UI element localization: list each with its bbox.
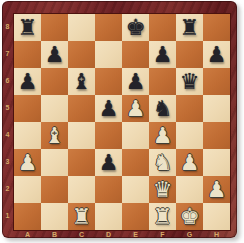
square-e6[interactable]: ♟ bbox=[122, 68, 149, 95]
square-b7[interactable]: ♟ bbox=[41, 41, 68, 68]
square-h7[interactable]: ♟ bbox=[203, 41, 230, 68]
file-labels: ABCDEFGH bbox=[14, 231, 230, 238]
square-f8[interactable] bbox=[149, 14, 176, 41]
square-f7[interactable]: ♟ bbox=[149, 41, 176, 68]
square-e2[interactable] bbox=[122, 176, 149, 203]
square-e4[interactable] bbox=[122, 122, 149, 149]
square-a8[interactable]: ♜ bbox=[14, 14, 41, 41]
square-f3[interactable]: ♞ bbox=[149, 149, 176, 176]
square-d2[interactable] bbox=[95, 176, 122, 203]
square-g8[interactable]: ♜ bbox=[176, 14, 203, 41]
white-knight-f3: ♞ bbox=[149, 149, 176, 176]
black-king-e8: ♚ bbox=[122, 14, 149, 41]
rank-label-1: 1 bbox=[2, 202, 13, 229]
white-king-g1: ♚ bbox=[176, 203, 203, 230]
square-a4[interactable] bbox=[14, 122, 41, 149]
square-c7[interactable] bbox=[68, 41, 95, 68]
square-b2[interactable] bbox=[41, 176, 68, 203]
file-label-a: A bbox=[14, 231, 41, 238]
square-e8[interactable]: ♚ bbox=[122, 14, 149, 41]
square-d7[interactable] bbox=[95, 41, 122, 68]
black-pawn-e6: ♟ bbox=[122, 68, 149, 95]
square-h5[interactable] bbox=[203, 95, 230, 122]
square-a2[interactable] bbox=[14, 176, 41, 203]
rank-label-4: 4 bbox=[2, 121, 13, 148]
black-pawn-d5: ♟ bbox=[95, 95, 122, 122]
rank-label-7: 7 bbox=[2, 40, 13, 67]
white-pawn-a3: ♟ bbox=[14, 149, 41, 176]
square-a3[interactable]: ♟ bbox=[14, 149, 41, 176]
square-b4[interactable]: ♝ bbox=[41, 122, 68, 149]
square-h6[interactable] bbox=[203, 68, 230, 95]
black-bishop-c6: ♝ bbox=[68, 68, 95, 95]
square-g6[interactable]: ♛ bbox=[176, 68, 203, 95]
square-h2[interactable]: ♟ bbox=[203, 176, 230, 203]
square-c4[interactable] bbox=[68, 122, 95, 149]
square-e3[interactable] bbox=[122, 149, 149, 176]
black-pawn-f7: ♟ bbox=[149, 41, 176, 68]
square-b1[interactable] bbox=[41, 203, 68, 230]
white-rook-f1: ♜ bbox=[149, 203, 176, 230]
square-c1[interactable]: ♜ bbox=[68, 203, 95, 230]
white-pawn-h2: ♟ bbox=[203, 176, 230, 203]
square-d3[interactable]: ♟ bbox=[95, 149, 122, 176]
square-b3[interactable] bbox=[41, 149, 68, 176]
rank-label-6: 6 bbox=[2, 67, 13, 94]
file-label-d: D bbox=[95, 231, 122, 238]
square-b5[interactable] bbox=[41, 95, 68, 122]
square-e1[interactable] bbox=[122, 203, 149, 230]
black-pawn-a6: ♟ bbox=[14, 68, 41, 95]
file-label-b: B bbox=[41, 231, 68, 238]
square-e7[interactable] bbox=[122, 41, 149, 68]
square-c8[interactable] bbox=[68, 14, 95, 41]
board-frame: ♜♚♜♟♟♟♟♝♟♛♟♟♞♝♟♟♟♞♟♛♟♜♜♚ 87654321 ABCDEF… bbox=[2, 1, 237, 238]
square-g2[interactable] bbox=[176, 176, 203, 203]
black-pawn-d3: ♟ bbox=[95, 149, 122, 176]
square-h4[interactable] bbox=[203, 122, 230, 149]
black-rook-a8: ♜ bbox=[14, 14, 41, 41]
square-d1[interactable] bbox=[95, 203, 122, 230]
file-label-f: F bbox=[149, 231, 176, 238]
square-g7[interactable] bbox=[176, 41, 203, 68]
square-c2[interactable] bbox=[68, 176, 95, 203]
chess-diagram: ♜♚♜♟♟♟♟♝♟♛♟♟♞♝♟♟♟♞♟♛♟♜♜♚ 87654321 ABCDEF… bbox=[0, 0, 244, 243]
square-f4[interactable]: ♟ bbox=[149, 122, 176, 149]
square-h3[interactable] bbox=[203, 149, 230, 176]
white-pawn-g3: ♟ bbox=[176, 149, 203, 176]
square-g5[interactable] bbox=[176, 95, 203, 122]
square-b6[interactable] bbox=[41, 68, 68, 95]
square-d8[interactable] bbox=[95, 14, 122, 41]
rank-label-3: 3 bbox=[2, 148, 13, 175]
file-label-e: E bbox=[122, 231, 149, 238]
square-a7[interactable] bbox=[14, 41, 41, 68]
square-e5[interactable]: ♟ bbox=[122, 95, 149, 122]
square-h8[interactable] bbox=[203, 14, 230, 41]
rank-label-5: 5 bbox=[2, 94, 13, 121]
file-label-g: G bbox=[176, 231, 203, 238]
square-c3[interactable] bbox=[68, 149, 95, 176]
file-label-h: H bbox=[203, 231, 230, 238]
black-knight-f5: ♞ bbox=[149, 95, 176, 122]
square-c6[interactable]: ♝ bbox=[68, 68, 95, 95]
white-pawn-f4: ♟ bbox=[149, 122, 176, 149]
black-rook-g8: ♜ bbox=[176, 14, 203, 41]
square-a5[interactable] bbox=[14, 95, 41, 122]
square-f6[interactable] bbox=[149, 68, 176, 95]
black-queen-g6: ♛ bbox=[176, 68, 203, 95]
square-a1[interactable] bbox=[14, 203, 41, 230]
square-g4[interactable] bbox=[176, 122, 203, 149]
square-d6[interactable] bbox=[95, 68, 122, 95]
black-pawn-b7: ♟ bbox=[41, 41, 68, 68]
chess-board: ♜♚♜♟♟♟♟♝♟♛♟♟♞♝♟♟♟♞♟♛♟♜♜♚ bbox=[13, 13, 231, 231]
file-label-c: C bbox=[68, 231, 95, 238]
square-g1[interactable]: ♚ bbox=[176, 203, 203, 230]
square-h1[interactable] bbox=[203, 203, 230, 230]
square-c5[interactable] bbox=[68, 95, 95, 122]
white-bishop-b4: ♝ bbox=[41, 122, 68, 149]
white-rook-c1: ♜ bbox=[68, 203, 95, 230]
square-f1[interactable]: ♜ bbox=[149, 203, 176, 230]
white-pawn-e5: ♟ bbox=[122, 95, 149, 122]
rank-label-2: 2 bbox=[2, 175, 13, 202]
white-queen-f2: ♛ bbox=[149, 176, 176, 203]
black-pawn-h7: ♟ bbox=[203, 41, 230, 68]
square-a6[interactable]: ♟ bbox=[14, 68, 41, 95]
square-f2[interactable]: ♛ bbox=[149, 176, 176, 203]
rank-label-8: 8 bbox=[2, 13, 13, 40]
square-d5[interactable]: ♟ bbox=[95, 95, 122, 122]
square-d4[interactable] bbox=[95, 122, 122, 149]
square-b8[interactable] bbox=[41, 14, 68, 41]
square-g3[interactable]: ♟ bbox=[176, 149, 203, 176]
square-f5[interactable]: ♞ bbox=[149, 95, 176, 122]
